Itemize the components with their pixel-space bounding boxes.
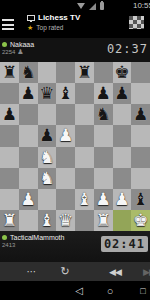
piece-black-pawn: ♟ — [39, 127, 54, 144]
piece-black-rook: ♜ — [77, 64, 92, 81]
square-h7[interactable] — [131, 83, 150, 104]
control-bar: ⋯ ↻ ◀◀ ▶▶ — [0, 262, 150, 281]
square-a2[interactable] — [0, 189, 19, 210]
square-d2[interactable] — [56, 189, 75, 210]
piece-black-bishop: ♝ — [58, 85, 73, 102]
square-e1[interactable] — [75, 210, 94, 231]
square-g3[interactable] — [113, 168, 132, 189]
piece-black-bishop: ♝ — [133, 191, 148, 208]
square-c8[interactable] — [38, 62, 57, 83]
square-g8[interactable]: ♚ — [113, 62, 132, 83]
player-bottom-name[interactable]: TacticalMammoth — [10, 234, 64, 241]
square-c7[interactable]: ♛ — [38, 83, 57, 104]
square-f8[interactable] — [94, 62, 113, 83]
square-g2[interactable]: ♟ — [113, 189, 132, 210]
square-e5[interactable] — [75, 125, 94, 146]
piece-white-knight: ♞ — [39, 170, 54, 187]
square-b3[interactable] — [19, 168, 38, 189]
square-e6[interactable] — [75, 104, 94, 125]
wifi-icon — [77, 3, 85, 9]
piece-white-rook: ♜ — [2, 212, 17, 229]
square-c4[interactable]: ♞ — [38, 147, 57, 168]
square-a8[interactable]: ♜ — [0, 62, 19, 83]
nav-back-icon[interactable]: ◁ — [72, 281, 86, 300]
battery-icon — [100, 2, 104, 10]
square-d6[interactable] — [56, 104, 75, 125]
square-d7[interactable]: ♝ — [56, 83, 75, 104]
square-c5[interactable]: ♟ — [38, 125, 57, 146]
online-dot — [2, 42, 7, 47]
square-c2[interactable] — [38, 189, 57, 210]
square-h2[interactable]: ♝ — [131, 189, 150, 210]
square-a3[interactable] — [0, 168, 19, 189]
channel-label[interactable]: Top rated — [36, 24, 63, 31]
square-c3[interactable]: ♞ — [38, 168, 57, 189]
square-h8[interactable] — [131, 62, 150, 83]
square-b8[interactable]: ♞ — [19, 62, 38, 83]
square-a7[interactable] — [0, 83, 19, 104]
square-f2[interactable]: ♟ — [94, 189, 113, 210]
square-e8[interactable]: ♜ — [75, 62, 94, 83]
piece-black-knight: ♞ — [21, 64, 36, 81]
square-b1[interactable] — [19, 210, 38, 231]
piece-white-bishop: ♝ — [39, 212, 54, 229]
player-top-rating: 2254 — [2, 49, 15, 55]
piece-black-knight: ♞ — [96, 106, 111, 123]
square-f1[interactable]: ♜ — [94, 210, 113, 231]
square-a5[interactable] — [0, 125, 19, 146]
signal-icon — [89, 3, 96, 10]
forward-icon[interactable]: ▶▶ — [137, 262, 150, 281]
app-bar: Lichess TV ★ Top rated — [0, 11, 150, 38]
square-a1[interactable]: ♜ — [0, 210, 19, 231]
square-g6[interactable] — [113, 104, 132, 125]
player-bottom-rating: 2413 — [2, 242, 15, 248]
black-pawn-icon: ♟ — [17, 49, 23, 55]
piece-white-rook: ♜ — [96, 212, 111, 229]
tv-icon — [27, 15, 35, 21]
nav-recents-icon[interactable]: □ — [136, 281, 150, 300]
square-c6[interactable] — [38, 104, 57, 125]
piece-white-pawn: ♟ — [58, 127, 73, 144]
square-g4[interactable] — [113, 147, 132, 168]
square-a4[interactable] — [0, 147, 19, 168]
more-options-icon[interactable]: ⋯ — [22, 262, 42, 281]
piece-white-queen: ♛ — [58, 212, 73, 229]
square-d8[interactable] — [56, 62, 75, 83]
square-c1[interactable]: ♝ — [38, 210, 57, 231]
square-h5[interactable] — [131, 125, 150, 146]
nav-home-icon[interactable]: ○ — [103, 281, 117, 300]
piece-white-king: ♚ — [133, 212, 148, 229]
piece-black-pawn: ♟ — [2, 106, 17, 123]
status-time: 10:55 — [133, 1, 150, 10]
trophy-icon: ★ — [27, 25, 33, 31]
piece-white-bishop: ♝ — [77, 191, 92, 208]
square-e3[interactable] — [75, 168, 94, 189]
square-d4[interactable] — [56, 147, 75, 168]
square-d3[interactable] — [56, 168, 75, 189]
online-dot — [2, 235, 7, 240]
menu-icon[interactable] — [2, 19, 14, 30]
square-e7[interactable] — [75, 83, 94, 104]
square-d1[interactable]: ♛ — [56, 210, 75, 231]
clock-bottom: 02:41 — [101, 236, 148, 252]
square-f5[interactable] — [94, 125, 113, 146]
square-e2[interactable]: ♝ — [75, 189, 94, 210]
piece-black-rook: ♜ — [2, 64, 17, 81]
square-e4[interactable] — [75, 147, 94, 168]
player-bar-bottom: TacticalMammoth 2413 02:41 — [0, 231, 150, 262]
piece-white-pawn: ♟ — [96, 191, 111, 208]
page-title: Lichess TV — [38, 13, 80, 22]
piece-white-knight: ♞ — [39, 149, 54, 166]
square-g5[interactable] — [113, 125, 132, 146]
square-b6[interactable] — [19, 104, 38, 125]
square-h4[interactable] — [131, 147, 150, 168]
square-g1[interactable] — [113, 210, 132, 231]
square-g7[interactable]: ♟ — [113, 83, 132, 104]
square-h3[interactable] — [131, 168, 150, 189]
player-bar-top: Nakaaa 2254 ♟ 02:37 — [0, 38, 150, 62]
square-b2[interactable]: ♟ — [19, 189, 38, 210]
square-f3[interactable] — [94, 168, 113, 189]
status-bar: 10:55 — [0, 0, 150, 11]
square-f7[interactable]: ♟ — [94, 83, 113, 104]
piece-white-pawn: ♟ — [114, 191, 129, 208]
piece-white-pawn: ♟ — [21, 191, 36, 208]
square-a6[interactable]: ♟ — [0, 104, 19, 125]
piece-black-queen: ♛ — [39, 85, 54, 102]
chess-board: ♜♞♜♚♟♛♝♟♟♟♞♟♟♟♞♞♟♝♟♟♝♜♝♛♜♚ — [0, 62, 150, 231]
square-b4[interactable] — [19, 147, 38, 168]
piece-black-pawn: ♟ — [133, 106, 148, 123]
square-d5[interactable]: ♟ — [56, 125, 75, 146]
square-h6[interactable]: ♟ — [131, 104, 150, 125]
piece-black-pawn: ♟ — [96, 85, 111, 102]
square-b5[interactable] — [19, 125, 38, 146]
square-f6[interactable]: ♞ — [94, 104, 113, 125]
clock-top: 02:37 — [107, 42, 148, 56]
piece-black-pawn: ♟ — [114, 85, 129, 102]
piece-black-pawn: ♟ — [21, 85, 36, 102]
phone-screen: 10:55 Lichess TV ★ Top rated Nakaaa 2254… — [0, 0, 150, 300]
rewind-icon[interactable]: ◀◀ — [103, 262, 127, 281]
board-theme-icon[interactable] — [129, 16, 144, 29]
piece-black-king: ♚ — [114, 64, 129, 81]
square-h1[interactable]: ♚ — [131, 210, 150, 231]
square-b7[interactable]: ♟ — [19, 83, 38, 104]
android-nav-bar: ◁ ○ □ — [0, 281, 150, 300]
flip-board-icon[interactable]: ↻ — [55, 262, 75, 281]
square-f4[interactable] — [94, 147, 113, 168]
player-top-name[interactable]: Nakaaa — [10, 41, 34, 48]
